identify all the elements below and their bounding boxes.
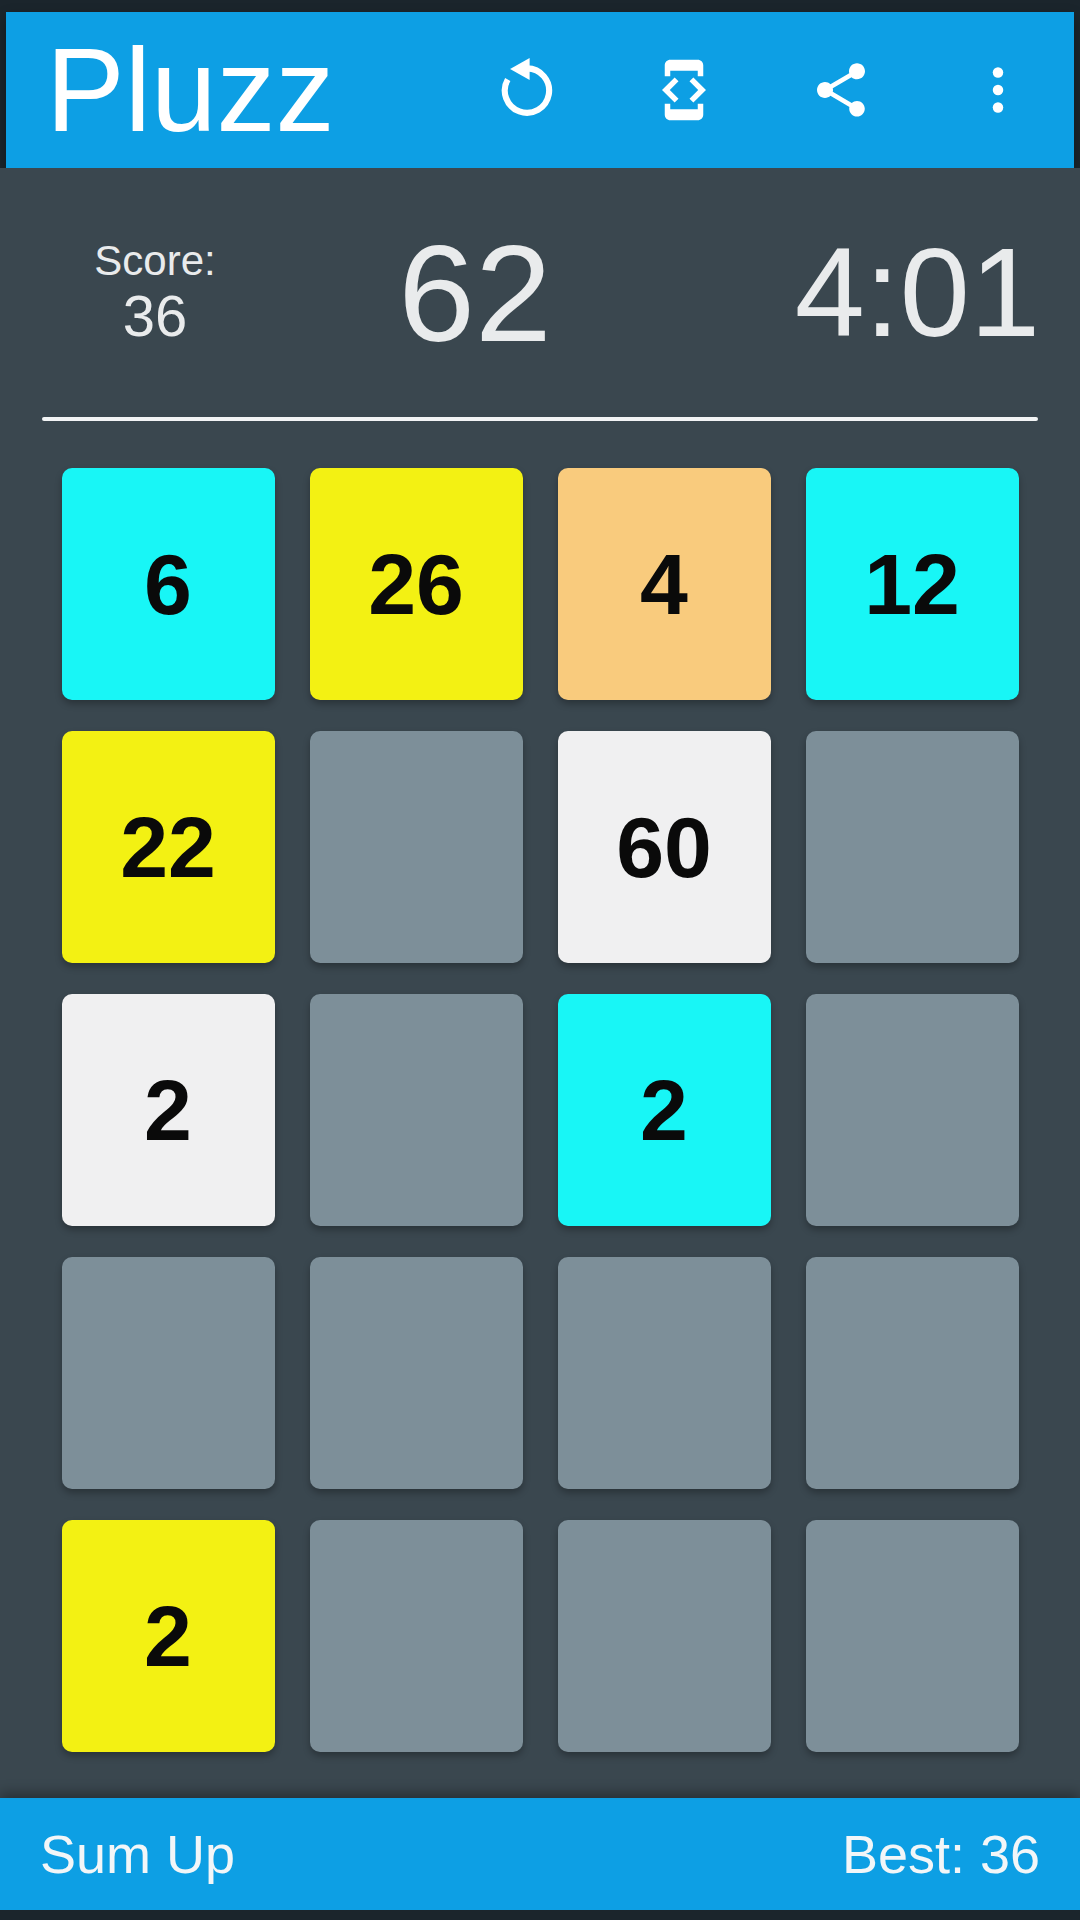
tile[interactable]: 2 xyxy=(62,994,275,1226)
tile-value: 6 xyxy=(144,535,192,634)
tile[interactable]: 26 xyxy=(310,468,523,700)
timer: 4:01 xyxy=(680,230,1040,356)
empty-cell xyxy=(310,731,523,963)
empty-cell xyxy=(806,1257,1019,1489)
scoreboard-divider xyxy=(42,417,1038,421)
tile-value: 2 xyxy=(640,1061,688,1160)
tile[interactable]: 4 xyxy=(558,468,771,700)
share-button[interactable] xyxy=(805,54,877,126)
tile[interactable]: 2 xyxy=(558,994,771,1226)
tile[interactable]: 12 xyxy=(806,468,1019,700)
board-grid: 6264122260222 xyxy=(0,468,1080,1752)
tile-value: 2 xyxy=(144,1061,192,1160)
developer-mode-button[interactable] xyxy=(648,54,720,126)
share-icon xyxy=(809,58,873,122)
empty-cell xyxy=(558,1257,771,1489)
tile[interactable]: 60 xyxy=(558,731,771,963)
empty-cell xyxy=(62,1257,275,1489)
tile-value: 26 xyxy=(368,535,464,634)
mode-label: Sum Up xyxy=(40,1823,235,1885)
overflow-menu-button[interactable] xyxy=(962,54,1034,126)
empty-cell xyxy=(310,994,523,1226)
more-vert-icon xyxy=(968,60,1028,120)
undo-icon xyxy=(492,55,562,125)
empty-cell xyxy=(806,994,1019,1226)
empty-cell xyxy=(806,731,1019,963)
app-title: Pluzz xyxy=(46,31,335,149)
developer-mode-icon xyxy=(651,57,717,123)
app-bar-actions xyxy=(491,54,1034,126)
best-score: Best: 36 xyxy=(842,1823,1040,1885)
empty-cell xyxy=(310,1257,523,1489)
tile[interactable]: 2 xyxy=(62,1520,275,1752)
score-label: Score: xyxy=(40,237,270,284)
empty-cell xyxy=(806,1520,1019,1752)
tile[interactable]: 6 xyxy=(62,468,275,700)
bottom-frame-strip xyxy=(0,1910,1080,1920)
tile-value: 12 xyxy=(864,535,960,634)
tile-value: 60 xyxy=(616,798,712,897)
scoreboard: Score: 36 62 4:01 xyxy=(0,168,1080,417)
target-sum: 62 xyxy=(270,224,680,362)
undo-button[interactable] xyxy=(491,54,563,126)
game-surface: Score: 36 62 4:01 6264122260222 xyxy=(0,168,1080,1798)
bottom-bar: Sum Up Best: 36 xyxy=(0,1798,1080,1910)
tile-value: 4 xyxy=(640,535,688,634)
tile[interactable]: 22 xyxy=(62,731,275,963)
score-value: 36 xyxy=(40,284,270,349)
empty-cell xyxy=(558,1520,771,1752)
tile-value: 22 xyxy=(120,798,216,897)
tile-value: 2 xyxy=(144,1587,192,1686)
score-block: Score: 36 xyxy=(40,237,270,349)
app-bar: Pluzz xyxy=(6,12,1074,168)
empty-cell xyxy=(310,1520,523,1752)
